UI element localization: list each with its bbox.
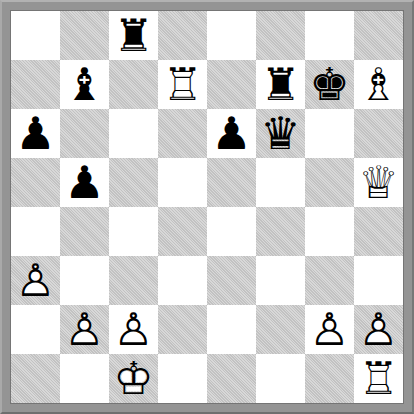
square-h4[interactable] [354,207,403,256]
square-e3[interactable] [207,256,256,305]
square-f5[interactable] [256,158,305,207]
square-d6[interactable] [158,109,207,158]
white-queen-icon: ♛♕ [354,158,403,207]
square-g8[interactable] [305,11,354,60]
square-c2[interactable]: ♟♙ [109,305,158,354]
square-d2[interactable] [158,305,207,354]
square-a4[interactable] [11,207,60,256]
square-c4[interactable] [109,207,158,256]
square-e1[interactable] [207,354,256,403]
square-f4[interactable] [256,207,305,256]
square-e4[interactable] [207,207,256,256]
square-a7[interactable] [11,60,60,109]
square-c8[interactable]: ♜ [109,11,158,60]
square-c7[interactable] [109,60,158,109]
square-a1[interactable] [11,354,60,403]
square-a3[interactable]: ♟♙ [11,256,60,305]
white-king-icon: ♚♔ [109,354,158,403]
square-h6[interactable] [354,109,403,158]
square-h3[interactable] [354,256,403,305]
square-g7[interactable]: ♚ [305,60,354,109]
white-rook-icon: ♜♖ [158,60,207,109]
black-pawn-icon: ♟ [60,158,109,207]
square-f2[interactable] [256,305,305,354]
white-pawn-icon: ♟♙ [109,305,158,354]
white-rook-icon: ♜♖ [354,354,403,403]
white-pawn-icon: ♟♙ [305,305,354,354]
square-c6[interactable] [109,109,158,158]
square-a6[interactable]: ♟ [11,109,60,158]
square-f7[interactable]: ♜ [256,60,305,109]
square-b5[interactable]: ♟ [60,158,109,207]
square-d3[interactable] [158,256,207,305]
black-rook-icon: ♜ [109,11,158,60]
square-h5[interactable]: ♛♕ [354,158,403,207]
board: ♜♝♜♖♜♚♝♗♟♟♛♟♛♕♟♙♟♙♟♙♟♙♟♙♚♔♜♖ [10,10,404,404]
square-g3[interactable] [305,256,354,305]
black-queen-icon: ♛ [256,109,305,158]
black-pawn-icon: ♟ [207,109,256,158]
square-b4[interactable] [60,207,109,256]
square-g5[interactable] [305,158,354,207]
square-d7[interactable]: ♜♖ [158,60,207,109]
square-c5[interactable] [109,158,158,207]
square-b7[interactable]: ♝ [60,60,109,109]
square-e5[interactable] [207,158,256,207]
square-g2[interactable]: ♟♙ [305,305,354,354]
square-f6[interactable]: ♛ [256,109,305,158]
square-c3[interactable] [109,256,158,305]
white-pawn-icon: ♟♙ [11,256,60,305]
square-b3[interactable] [60,256,109,305]
black-rook-icon: ♜ [256,60,305,109]
square-d4[interactable] [158,207,207,256]
square-h7[interactable]: ♝♗ [354,60,403,109]
square-f8[interactable] [256,11,305,60]
white-pawn-icon: ♟♙ [60,305,109,354]
square-b6[interactable] [60,109,109,158]
square-g1[interactable] [305,354,354,403]
square-d5[interactable] [158,158,207,207]
square-e7[interactable] [207,60,256,109]
square-d1[interactable] [158,354,207,403]
square-e6[interactable]: ♟ [207,109,256,158]
square-d8[interactable] [158,11,207,60]
square-e8[interactable] [207,11,256,60]
white-pawn-icon: ♟♙ [354,305,403,354]
black-king-icon: ♚ [305,60,354,109]
square-b8[interactable] [60,11,109,60]
white-bishop-icon: ♝♗ [354,60,403,109]
square-a2[interactable] [11,305,60,354]
square-g6[interactable] [305,109,354,158]
square-a5[interactable] [11,158,60,207]
square-f1[interactable] [256,354,305,403]
square-g4[interactable] [305,207,354,256]
square-b2[interactable]: ♟♙ [60,305,109,354]
square-h2[interactable]: ♟♙ [354,305,403,354]
black-pawn-icon: ♟ [11,109,60,158]
square-c1[interactable]: ♚♔ [109,354,158,403]
square-b1[interactable] [60,354,109,403]
square-h1[interactable]: ♜♖ [354,354,403,403]
square-e2[interactable] [207,305,256,354]
square-h8[interactable] [354,11,403,60]
square-f3[interactable] [256,256,305,305]
square-a8[interactable] [11,11,60,60]
black-bishop-icon: ♝ [60,60,109,109]
board-frame: ♜♝♜♖♜♚♝♗♟♟♛♟♛♕♟♙♟♙♟♙♟♙♟♙♚♔♜♖ [0,0,414,414]
